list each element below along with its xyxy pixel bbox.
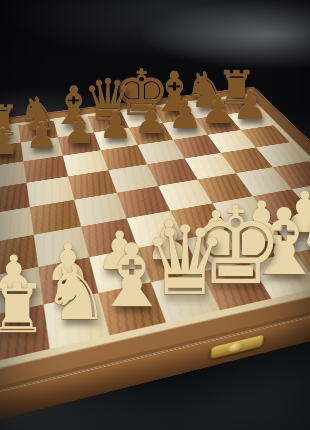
- square-b3: [34, 226, 89, 266]
- square-c2: [89, 248, 151, 293]
- square-anchor-c6: [69, 154, 102, 173]
- square-anchor-d6: [107, 148, 140, 166]
- square-anchor-d2: [146, 245, 191, 276]
- square-anchor-b4: [37, 204, 74, 229]
- square-anchor-a2: [0, 273, 35, 308]
- square-e2: [185, 231, 249, 272]
- square-anchor-c5: [75, 174, 110, 195]
- square-anchor-h5: [263, 146, 301, 164]
- square-anchor-g6: [214, 133, 249, 149]
- square-anchor-e6: [144, 143, 178, 160]
- square-anchor-e3: [178, 208, 220, 234]
- scene: ♜♞♝♛♚♝♞♜♟♟♟♟♟♟♟♟♟♟♟♟♟♟♟♟♜♞♝♛♚♝♞♜: [0, 0, 310, 430]
- square-a1: [0, 304, 50, 363]
- square-anchor-a5: [0, 187, 23, 210]
- square-anchor-f1: [259, 258, 310, 291]
- square-anchor-a1: [0, 312, 40, 354]
- square-anchor-a7: [0, 146, 17, 164]
- square-anchor-f8: [159, 107, 189, 121]
- square-anchor-h7: [234, 113, 267, 127]
- square-anchor-d4: [124, 190, 162, 213]
- square-anchor-h4: [281, 165, 310, 185]
- square-anchor-c8: [59, 119, 88, 134]
- square-f3: [212, 196, 272, 230]
- square-anchor-b5: [33, 180, 67, 202]
- square-anchor-b8: [24, 124, 52, 139]
- square-anchor-c3: [89, 224, 129, 252]
- square-anchor-c4: [81, 197, 118, 221]
- square-a3: [0, 235, 38, 277]
- square-anchor-e1: [211, 268, 261, 302]
- square-anchor-c2: [98, 254, 142, 286]
- square-anchor-f7: [169, 121, 201, 136]
- square-anchor-e2: [193, 236, 239, 265]
- square-anchor-g2: [281, 219, 310, 246]
- square-h3: [292, 183, 310, 215]
- square-anchor-a3: [0, 240, 30, 270]
- square-d1: [151, 272, 220, 323]
- square-anchor-c7: [64, 136, 95, 153]
- square-anchor-a4: [0, 212, 26, 238]
- square-anchor-b3: [41, 232, 81, 261]
- square-anchor-e4: [165, 184, 204, 206]
- square-anchor-b6: [30, 159, 62, 178]
- square-anchor-d3: [135, 216, 176, 243]
- square-anchor-a6: [0, 165, 20, 185]
- square-anchor-e8: [127, 111, 157, 125]
- square-b1: [44, 293, 110, 349]
- square-anchor-h8: [221, 99, 252, 112]
- square-anchor-h6: [248, 128, 283, 144]
- square-anchor-b1: [52, 300, 99, 340]
- square-c4: [74, 193, 126, 227]
- square-anchor-a8: [0, 128, 15, 144]
- square-anchor-f2: [238, 228, 285, 256]
- square-anchor-d7: [100, 131, 131, 147]
- square-anchor-b7: [27, 141, 57, 158]
- square-anchor-d8: [94, 115, 123, 129]
- square-anchor-d5: [115, 168, 150, 188]
- square-anchor-g7: [202, 117, 234, 132]
- square-anchor-c1: [108, 289, 156, 327]
- square-anchor-b2: [46, 263, 89, 297]
- square-g2: [272, 214, 310, 252]
- square-anchor-f3: [221, 201, 264, 226]
- board-grid: [0, 96, 310, 363]
- square-anchor-h3: [300, 187, 310, 210]
- square-anchor-g8: [191, 103, 221, 116]
- square-a2: [0, 267, 44, 316]
- square-anchor-f5: [192, 156, 229, 175]
- square-f1: [249, 252, 310, 298]
- square-d3: [127, 211, 185, 248]
- square-anchor-f4: [205, 177, 244, 198]
- square-anchor-d1: [160, 278, 209, 314]
- square-anchor-f6: [180, 138, 214, 155]
- square-anchor-e5: [154, 162, 190, 182]
- square-a4: [0, 207, 34, 244]
- square-anchor-g4: [244, 171, 284, 192]
- square-anchor-g5: [228, 151, 265, 169]
- square-anchor-e7: [135, 126, 167, 142]
